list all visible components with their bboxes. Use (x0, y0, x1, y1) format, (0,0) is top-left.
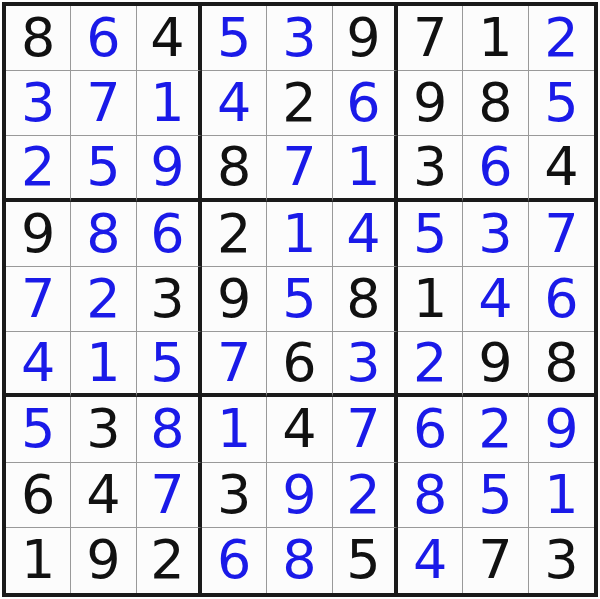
sudoku-cell-r2c7[interactable]: 9 (398, 71, 463, 136)
sudoku-cell-r6c4[interactable]: 7 (202, 332, 267, 397)
sudoku-cell-r3c8[interactable]: 6 (463, 136, 528, 201)
sudoku-cell-r6c6[interactable]: 3 (333, 332, 398, 397)
sudoku-cell-r9c3[interactable]: 2 (137, 528, 202, 593)
sudoku-cell-r6c2[interactable]: 1 (71, 332, 136, 397)
sudoku-cell-r7c3[interactable]: 8 (137, 397, 202, 462)
sudoku-cell-r3c6[interactable]: 1 (333, 136, 398, 201)
sudoku-cell-r7c8[interactable]: 2 (463, 397, 528, 462)
sudoku-cell-r9c2[interactable]: 9 (71, 528, 136, 593)
sudoku-cell-r7c7[interactable]: 6 (398, 397, 463, 462)
sudoku-cell-r7c9[interactable]: 9 (529, 397, 594, 462)
sudoku-cell-r5c7[interactable]: 1 (398, 267, 463, 332)
sudoku-cell-r1c6[interactable]: 9 (333, 6, 398, 71)
sudoku-cell-r7c6[interactable]: 7 (333, 397, 398, 462)
sudoku-cell-r9c4[interactable]: 6 (202, 528, 267, 593)
sudoku-cell-r5c3[interactable]: 3 (137, 267, 202, 332)
sudoku-cell-r1c3[interactable]: 4 (137, 6, 202, 71)
sudoku-cell-r1c4[interactable]: 5 (202, 6, 267, 71)
sudoku-cell-r5c5[interactable]: 5 (267, 267, 332, 332)
sudoku-cell-r1c8[interactable]: 1 (463, 6, 528, 71)
sudoku-cell-r8c4[interactable]: 3 (202, 463, 267, 528)
sudoku-cell-r8c5[interactable]: 9 (267, 463, 332, 528)
sudoku-cell-r8c7[interactable]: 8 (398, 463, 463, 528)
sudoku-cell-r6c8[interactable]: 9 (463, 332, 528, 397)
sudoku-cell-r6c1[interactable]: 4 (6, 332, 71, 397)
sudoku-cell-r2c6[interactable]: 6 (333, 71, 398, 136)
sudoku-cell-r4c2[interactable]: 8 (71, 202, 136, 267)
sudoku-cell-r2c3[interactable]: 1 (137, 71, 202, 136)
sudoku-cell-r5c2[interactable]: 2 (71, 267, 136, 332)
sudoku-cell-r9c9[interactable]: 3 (529, 528, 594, 593)
sudoku-cell-r9c6[interactable]: 5 (333, 528, 398, 593)
sudoku-cell-r6c5[interactable]: 6 (267, 332, 332, 397)
sudoku-cell-r5c4[interactable]: 9 (202, 267, 267, 332)
sudoku-cell-r7c2[interactable]: 3 (71, 397, 136, 462)
sudoku-cell-r4c9[interactable]: 7 (529, 202, 594, 267)
sudoku-cell-r2c9[interactable]: 5 (529, 71, 594, 136)
sudoku-cell-r9c1[interactable]: 1 (6, 528, 71, 593)
sudoku-cell-r8c8[interactable]: 5 (463, 463, 528, 528)
sudoku-cell-r9c5[interactable]: 8 (267, 528, 332, 593)
sudoku-cell-r3c2[interactable]: 5 (71, 136, 136, 201)
sudoku-cell-r6c7[interactable]: 2 (398, 332, 463, 397)
sudoku-cell-r5c9[interactable]: 6 (529, 267, 594, 332)
sudoku-cell-r2c5[interactable]: 2 (267, 71, 332, 136)
sudoku-cell-r1c5[interactable]: 3 (267, 6, 332, 71)
sudoku-cell-r1c9[interactable]: 2 (529, 6, 594, 71)
sudoku-cell-r4c4[interactable]: 2 (202, 202, 267, 267)
sudoku-cell-r5c8[interactable]: 4 (463, 267, 528, 332)
sudoku-cell-r9c7[interactable]: 4 (398, 528, 463, 593)
sudoku-cell-r8c9[interactable]: 1 (529, 463, 594, 528)
sudoku-cell-r3c3[interactable]: 9 (137, 136, 202, 201)
sudoku-cell-r7c1[interactable]: 5 (6, 397, 71, 462)
sudoku-cell-r9c8[interactable]: 7 (463, 528, 528, 593)
sudoku-cell-r6c3[interactable]: 5 (137, 332, 202, 397)
sudoku-cell-r8c6[interactable]: 2 (333, 463, 398, 528)
sudoku-cell-r8c2[interactable]: 4 (71, 463, 136, 528)
sudoku-cell-r4c6[interactable]: 4 (333, 202, 398, 267)
sudoku-cell-r3c4[interactable]: 8 (202, 136, 267, 201)
sudoku-cell-r4c1[interactable]: 9 (6, 202, 71, 267)
sudoku-cell-r4c7[interactable]: 5 (398, 202, 463, 267)
sudoku-cell-r3c9[interactable]: 4 (529, 136, 594, 201)
sudoku-cell-r7c5[interactable]: 4 (267, 397, 332, 462)
sudoku-cell-r4c5[interactable]: 1 (267, 202, 332, 267)
sudoku-cell-r5c1[interactable]: 7 (6, 267, 71, 332)
sudoku-cell-r4c3[interactable]: 6 (137, 202, 202, 267)
sudoku-cell-r3c1[interactable]: 2 (6, 136, 71, 201)
sudoku-cell-r2c8[interactable]: 8 (463, 71, 528, 136)
sudoku-cell-r2c2[interactable]: 7 (71, 71, 136, 136)
sudoku-cell-r4c8[interactable]: 3 (463, 202, 528, 267)
sudoku-cell-r3c7[interactable]: 3 (398, 136, 463, 201)
sudoku-cell-r3c5[interactable]: 7 (267, 136, 332, 201)
sudoku-cell-r1c2[interactable]: 6 (71, 6, 136, 71)
sudoku-cell-r8c1[interactable]: 6 (6, 463, 71, 528)
sudoku-cell-r7c4[interactable]: 1 (202, 397, 267, 462)
sudoku-cell-r1c7[interactable]: 7 (398, 6, 463, 71)
sudoku-cell-r2c1[interactable]: 3 (6, 71, 71, 136)
sudoku-cell-r2c4[interactable]: 4 (202, 71, 267, 136)
sudoku-cell-r6c9[interactable]: 8 (529, 332, 594, 397)
sudoku-cell-r8c3[interactable]: 7 (137, 463, 202, 528)
sudoku-cell-r1c1[interactable]: 8 (6, 6, 71, 71)
sudoku-board: 8645397123714269852598713649862145377239… (2, 2, 598, 597)
sudoku-cell-r5c6[interactable]: 8 (333, 267, 398, 332)
